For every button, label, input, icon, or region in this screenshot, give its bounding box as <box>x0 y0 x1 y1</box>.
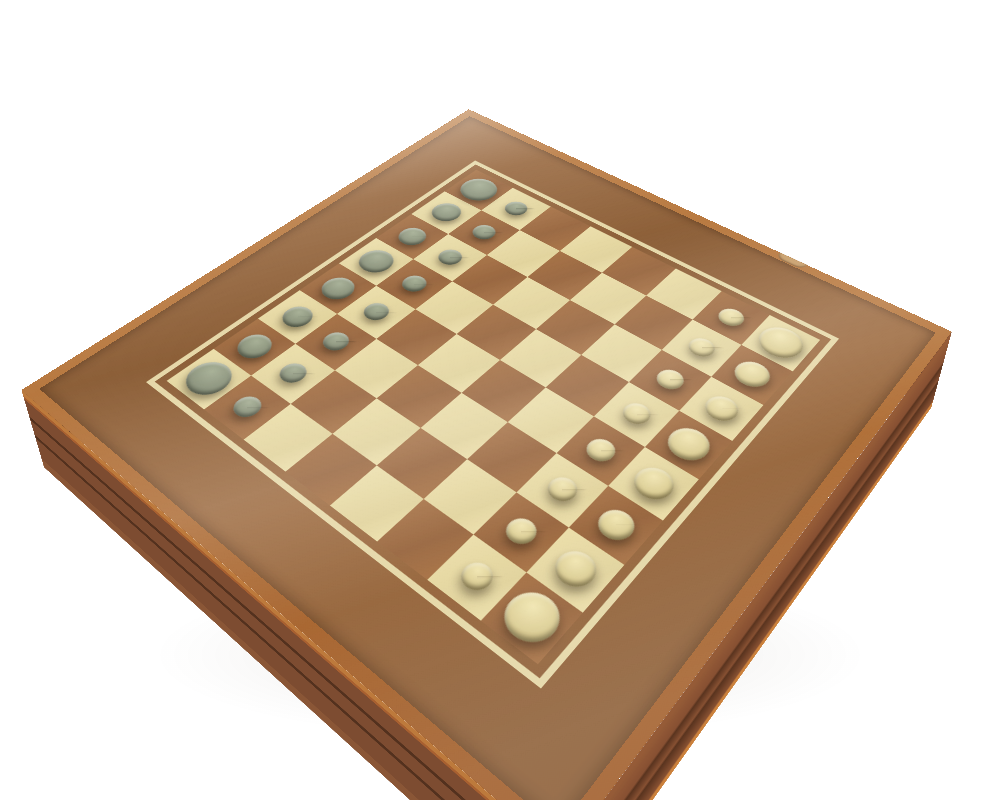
piece-layer: ♜♞♝♛♚♝♞♜♟♟♟♟♟♟♟♟♟♟♟♟♟♟♟♟♜♞♝♛♚♝♞♜ <box>166 170 820 665</box>
scene: ♜♞♝♛♚♝♞♜♟♟♟♟♟♟♟♟♟♟♟♟♟♟♟♟♜♞♝♛♚♝♞♜ <box>0 0 995 800</box>
piece-glyph-pawn-icon: ♟ <box>164 351 331 411</box>
photo-canvas: { "game": "chess", "description": "Angle… <box>0 0 995 800</box>
piece-glyph-rook-icon: ♜ <box>432 498 633 622</box>
